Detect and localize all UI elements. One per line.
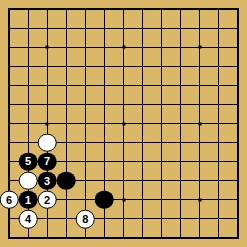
star-point: [46, 46, 49, 49]
stone-move-number: 3: [44, 175, 50, 186]
white-stone-b4: [19, 171, 38, 190]
star-point: [198, 122, 201, 125]
black-stone-d4: [57, 171, 76, 190]
white-stone-c3: 2: [38, 191, 57, 210]
star-point: [46, 122, 49, 125]
white-stone-b2: 4: [19, 210, 38, 229]
star-point: [122, 122, 125, 125]
stone-move-number: 5: [25, 156, 31, 167]
stone-move-number: 2: [44, 194, 50, 205]
white-stone-c6: [38, 133, 57, 152]
star-point: [198, 46, 201, 49]
go-board: 12345678: [0, 0, 247, 247]
star-point: [122, 198, 125, 201]
white-stone-e2: 8: [76, 210, 95, 229]
black-stone-f3: [95, 191, 114, 210]
black-stone-c5: 7: [38, 152, 57, 171]
stone-move-number: 6: [6, 194, 12, 205]
black-stone-b5: 5: [19, 152, 38, 171]
go-diagram: 12345678: [0, 0, 247, 247]
black-stone-c4: 3: [38, 171, 57, 190]
white-stone-a3: 6: [0, 191, 18, 210]
star-point: [122, 46, 125, 49]
stone-move-number: 1: [25, 194, 31, 205]
stone-move-number: 8: [82, 213, 88, 224]
stone-move-number: 7: [44, 156, 50, 167]
black-stone-b3: 1: [19, 191, 38, 210]
stone-move-number: 4: [25, 213, 31, 224]
star-point: [198, 198, 201, 201]
